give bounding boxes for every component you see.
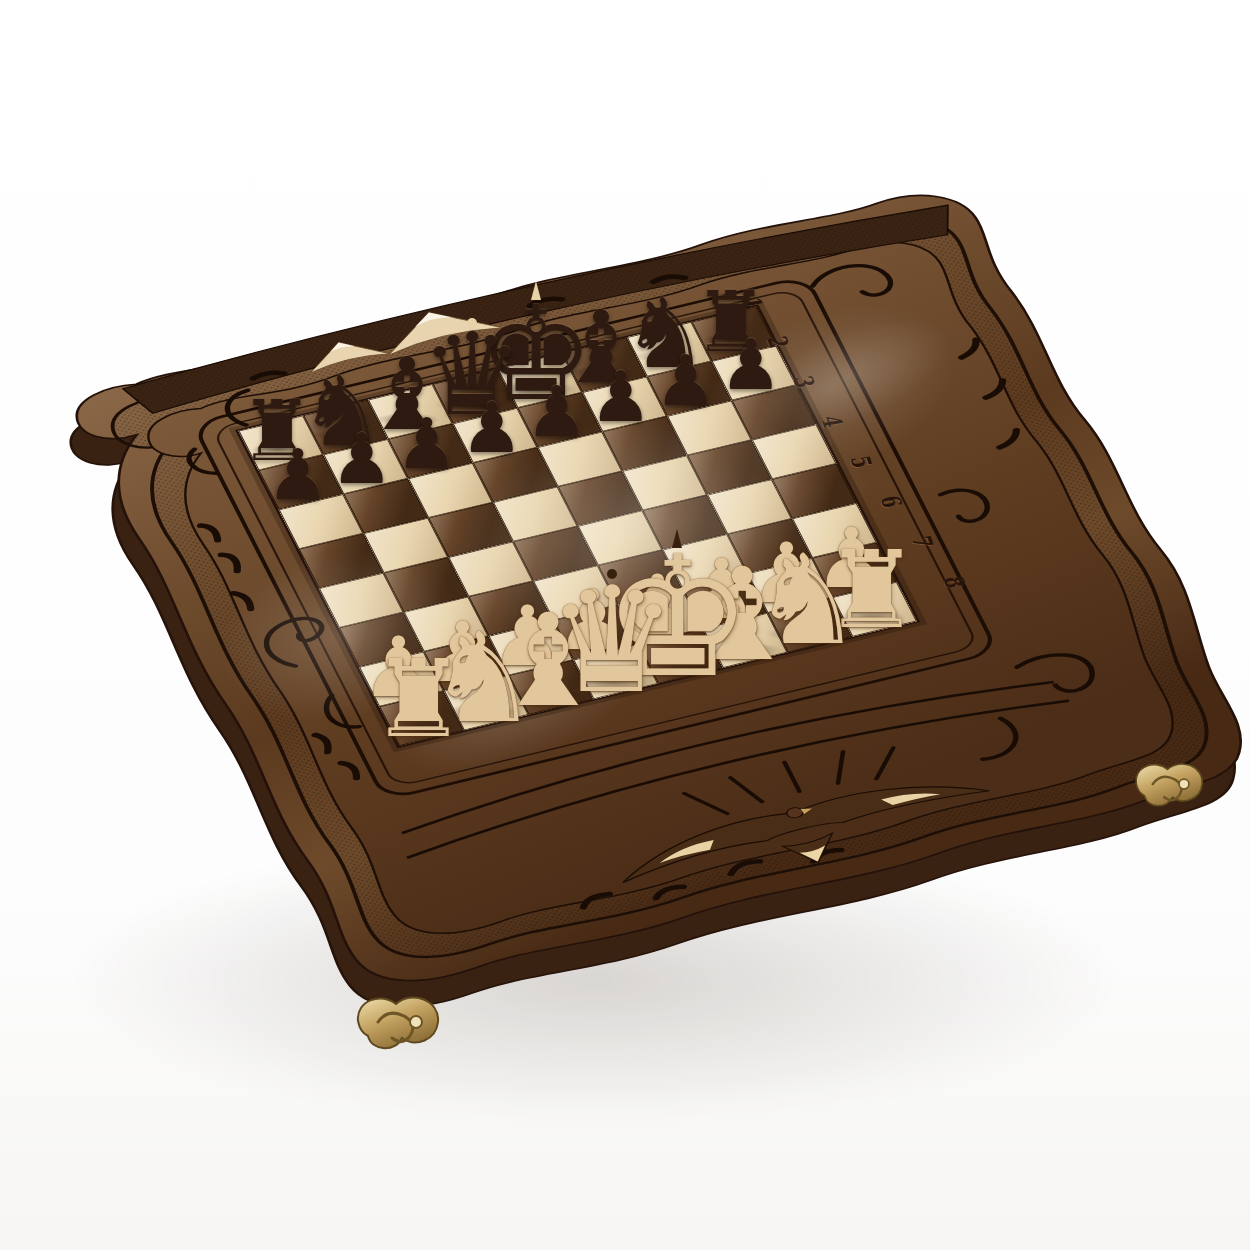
board-photo-stage: 12345678 ♜♞♝♛♚♝♞♜♟♟♟♟♟♟♟♟♟♟♟♟♟♟♟♟♜♞♝♛♚♝♞… <box>0 0 1250 1250</box>
piece-black-pawn-d7[interactable]: ♟ <box>457 393 527 463</box>
piece-black-pawn-a7[interactable]: ♟ <box>263 440 333 510</box>
piece-black-pawn-b7[interactable]: ♟ <box>327 424 397 494</box>
king-finial <box>672 529 682 548</box>
piece-white-rook-a1[interactable]: ♜ <box>365 646 472 753</box>
brass-clasp-right[interactable] <box>1118 738 1222 822</box>
piece-black-pawn-e7[interactable]: ♟ <box>522 377 592 447</box>
queen-finial <box>607 569 617 579</box>
piece-black-pawn-h7[interactable]: ♟ <box>716 330 786 400</box>
piece-black-pawn-c7[interactable]: ♟ <box>392 409 462 479</box>
piece-black-pawn-f7[interactable]: ♟ <box>586 362 656 432</box>
king-finial <box>531 281 541 300</box>
brass-clasp-left[interactable] <box>338 966 460 1068</box>
piece-black-pawn-g7[interactable]: ♟ <box>651 346 721 416</box>
queen-finial <box>467 318 477 328</box>
